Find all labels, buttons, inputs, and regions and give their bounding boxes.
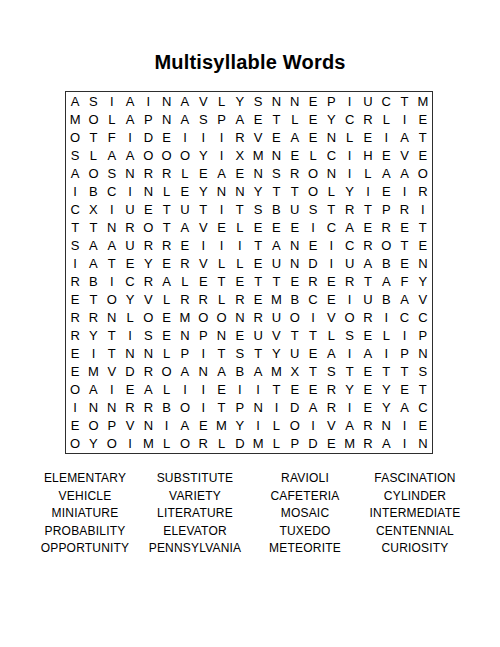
grid-cell-r8-c18[interactable]: R (377, 218, 395, 236)
grid-cell-r1-c14[interactable]: E (304, 92, 322, 110)
grid-cell-r13-c4[interactable]: L (121, 309, 139, 327)
grid-cell-r19-c12[interactable]: L (267, 417, 285, 435)
grid-cell-r11-c1[interactable]: R (66, 272, 84, 290)
grid-cell-r7-c16[interactable]: R (340, 200, 358, 218)
grid-cell-r14-c6[interactable]: E (157, 327, 175, 345)
grid-cell-r17-c1[interactable]: O (66, 381, 84, 399)
grid-cell-r13-c12[interactable]: U (267, 309, 285, 327)
grid-cell-r13-c7[interactable]: M (176, 309, 194, 327)
grid-cell-r15-c12[interactable]: Y (267, 345, 285, 363)
grid-cell-r19-c10[interactable]: Y (231, 417, 249, 435)
grid-cell-r12-c6[interactable]: L (157, 291, 175, 309)
grid-cell-r5-c17[interactable]: L (359, 164, 377, 182)
grid-cell-r15-c5[interactable]: N (139, 345, 157, 363)
grid-cell-r4-c19[interactable]: V (395, 146, 413, 164)
grid-cell-r17-c6[interactable]: L (157, 381, 175, 399)
grid-cell-r4-c4[interactable]: A (121, 146, 139, 164)
grid-cell-r18-c4[interactable]: R (121, 399, 139, 417)
grid-cell-r11-c12[interactable]: T (267, 272, 285, 290)
grid-cell-r14-c4[interactable]: I (121, 327, 139, 345)
grid-cell-r13-c13[interactable]: O (286, 309, 304, 327)
grid-cell-r11-c4[interactable]: C (121, 272, 139, 290)
grid-cell-r16-c10[interactable]: B (231, 363, 249, 381)
grid-cell-r20-c11[interactable]: M (249, 435, 267, 453)
grid-cell-r6-c12[interactable]: T (267, 182, 285, 200)
grid-cell-r8-c19[interactable]: E (395, 218, 413, 236)
grid-cell-r14-c16[interactable]: S (340, 327, 358, 345)
grid-cell-r16-c20[interactable]: S (414, 363, 432, 381)
grid-cell-r18-c1[interactable]: I (66, 399, 84, 417)
grid-cell-r20-c20[interactable]: N (414, 435, 432, 453)
grid-cell-r20-c12[interactable]: L (267, 435, 285, 453)
grid-cell-r17-c9[interactable]: E (212, 381, 230, 399)
grid-cell-r12-c9[interactable]: L (212, 291, 230, 309)
grid-cell-r10-c12[interactable]: U (267, 254, 285, 272)
grid-cell-r12-c7[interactable]: R (176, 291, 194, 309)
grid-cell-r9-c14[interactable]: E (304, 236, 322, 254)
grid-cell-r11-c14[interactable]: R (304, 272, 322, 290)
grid-cell-r17-c8[interactable]: I (194, 381, 212, 399)
grid-cell-r2-c20[interactable]: E (414, 110, 432, 128)
grid-cell-r16-c5[interactable]: R (139, 363, 157, 381)
grid-cell-r4-c18[interactable]: E (377, 146, 395, 164)
grid-cell-r14-c13[interactable]: T (286, 327, 304, 345)
grid-cell-r2-c17[interactable]: R (359, 110, 377, 128)
grid-cell-r12-c11[interactable]: E (249, 291, 267, 309)
grid-cell-r20-c9[interactable]: L (212, 435, 230, 453)
grid-cell-r14-c12[interactable]: V (267, 327, 285, 345)
grid-cell-r17-c17[interactable]: E (359, 381, 377, 399)
grid-cell-r13-c19[interactable]: C (395, 309, 413, 327)
grid-cell-r10-c9[interactable]: L (212, 254, 230, 272)
grid-cell-r15-c10[interactable]: S (231, 345, 249, 363)
grid-cell-r9-c8[interactable]: I (194, 236, 212, 254)
grid-cell-r10-c13[interactable]: N (286, 254, 304, 272)
grid-cell-r8-c6[interactable]: T (157, 218, 175, 236)
grid-cell-r18-c19[interactable]: A (395, 399, 413, 417)
grid-cell-r16-c16[interactable]: T (340, 363, 358, 381)
grid-cell-r15-c1[interactable]: E (66, 345, 84, 363)
grid-cell-r2-c18[interactable]: L (377, 110, 395, 128)
grid-cell-r9-c13[interactable]: N (286, 236, 304, 254)
grid-cell-r4-c15[interactable]: C (322, 146, 340, 164)
grid-cell-r16-c3[interactable]: V (103, 363, 121, 381)
grid-cell-r8-c20[interactable]: T (414, 218, 432, 236)
grid-cell-r12-c12[interactable]: M (267, 291, 285, 309)
grid-cell-r6-c17[interactable]: I (359, 182, 377, 200)
grid-cell-r6-c2[interactable]: B (84, 182, 102, 200)
grid-cell-r7-c13[interactable]: U (286, 200, 304, 218)
grid-cell-r2-c11[interactable]: E (249, 110, 267, 128)
grid-cell-r5-c9[interactable]: A (212, 164, 230, 182)
grid-cell-r13-c9[interactable]: O (212, 309, 230, 327)
grid-cell-r5-c2[interactable]: O (84, 164, 102, 182)
grid-cell-r15-c4[interactable]: N (121, 345, 139, 363)
grid-cell-r8-c10[interactable]: L (231, 218, 249, 236)
grid-cell-r19-c7[interactable]: A (176, 417, 194, 435)
grid-cell-r9-c7[interactable]: E (176, 236, 194, 254)
grid-cell-r18-c11[interactable]: N (249, 399, 267, 417)
grid-cell-r1-c20[interactable]: M (414, 92, 432, 110)
grid-cell-r7-c20[interactable]: I (414, 200, 432, 218)
grid-cell-r2-c15[interactable]: Y (322, 110, 340, 128)
grid-cell-r8-c14[interactable]: I (304, 218, 322, 236)
grid-cell-r15-c17[interactable]: A (359, 345, 377, 363)
grid-cell-r20-c15[interactable]: E (322, 435, 340, 453)
grid-cell-r19-c11[interactable]: I (249, 417, 267, 435)
grid-cell-r6-c19[interactable]: I (395, 182, 413, 200)
grid-cell-r15-c11[interactable]: T (249, 345, 267, 363)
grid-cell-r4-c11[interactable]: M (249, 146, 267, 164)
grid-cell-r19-c1[interactable]: E (66, 417, 84, 435)
grid-cell-r20-c4[interactable]: I (121, 435, 139, 453)
grid-cell-r7-c4[interactable]: U (121, 200, 139, 218)
grid-cell-r11-c2[interactable]: B (84, 272, 102, 290)
grid-cell-r18-c17[interactable]: E (359, 399, 377, 417)
grid-cell-r18-c14[interactable]: A (304, 399, 322, 417)
grid-cell-r12-c4[interactable]: Y (121, 291, 139, 309)
grid-cell-r9-c1[interactable]: S (66, 236, 84, 254)
grid-cell-r17-c7[interactable]: I (176, 381, 194, 399)
grid-cell-r19-c14[interactable]: I (304, 417, 322, 435)
grid-cell-r19-c15[interactable]: V (322, 417, 340, 435)
grid-cell-r20-c18[interactable]: A (377, 435, 395, 453)
grid-cell-r5-c1[interactable]: A (66, 164, 84, 182)
grid-cell-r7-c2[interactable]: X (84, 200, 102, 218)
grid-cell-r13-c16[interactable]: O (340, 309, 358, 327)
grid-cell-r13-c11[interactable]: R (249, 309, 267, 327)
grid-cell-r12-c1[interactable]: E (66, 291, 84, 309)
grid-cell-r6-c11[interactable]: Y (249, 182, 267, 200)
grid-cell-r4-c3[interactable]: A (103, 146, 121, 164)
grid-cell-r9-c6[interactable]: R (157, 236, 175, 254)
grid-cell-r7-c5[interactable]: E (139, 200, 157, 218)
grid-cell-r9-c2[interactable]: A (84, 236, 102, 254)
grid-cell-r6-c8[interactable]: Y (194, 182, 212, 200)
grid-cell-r3-c10[interactable]: R (231, 128, 249, 146)
grid-cell-r4-c6[interactable]: O (157, 146, 175, 164)
grid-cell-r20-c1[interactable]: O (66, 435, 84, 453)
grid-cell-r8-c13[interactable]: E (286, 218, 304, 236)
grid-cell-r15-c14[interactable]: E (304, 345, 322, 363)
grid-cell-r14-c15[interactable]: L (322, 327, 340, 345)
grid-cell-r2-c6[interactable]: N (157, 110, 175, 128)
grid-cell-r8-c16[interactable]: A (340, 218, 358, 236)
grid-cell-r9-c16[interactable]: C (340, 236, 358, 254)
grid-cell-r11-c18[interactable]: A (377, 272, 395, 290)
grid-cell-r20-c17[interactable]: R (359, 435, 377, 453)
grid-cell-r1-c11[interactable]: S (249, 92, 267, 110)
grid-cell-r12-c19[interactable]: A (395, 291, 413, 309)
grid-cell-r6-c1[interactable]: I (66, 182, 84, 200)
grid-cell-r14-c2[interactable]: Y (84, 327, 102, 345)
grid-cell-r3-c6[interactable]: E (157, 128, 175, 146)
grid-cell-r13-c15[interactable]: V (322, 309, 340, 327)
grid-cell-r3-c9[interactable]: I (212, 128, 230, 146)
grid-cell-r2-c5[interactable]: P (139, 110, 157, 128)
grid-cell-r20-c10[interactable]: D (231, 435, 249, 453)
grid-cell-r17-c20[interactable]: T (414, 381, 432, 399)
grid-cell-r18-c7[interactable]: O (176, 399, 194, 417)
grid-cell-r12-c20[interactable]: V (414, 291, 432, 309)
grid-cell-r16-c4[interactable]: D (121, 363, 139, 381)
grid-cell-r3-c19[interactable]: A (395, 128, 413, 146)
grid-cell-r17-c10[interactable]: I (231, 381, 249, 399)
grid-cell-r10-c5[interactable]: Y (139, 254, 157, 272)
grid-cell-r8-c9[interactable]: E (212, 218, 230, 236)
grid-cell-r2-c13[interactable]: L (286, 110, 304, 128)
grid-cell-r1-c12[interactable]: N (267, 92, 285, 110)
grid-cell-r19-c9[interactable]: M (212, 417, 230, 435)
grid-cell-r14-c14[interactable]: T (304, 327, 322, 345)
grid-cell-r1-c10[interactable]: Y (231, 92, 249, 110)
grid-cell-r1-c18[interactable]: C (377, 92, 395, 110)
grid-cell-r17-c2[interactable]: A (84, 381, 102, 399)
grid-cell-r8-c17[interactable]: E (359, 218, 377, 236)
grid-cell-r15-c19[interactable]: P (395, 345, 413, 363)
grid-cell-r20-c13[interactable]: P (286, 435, 304, 453)
grid-cell-r11-c8[interactable]: E (194, 272, 212, 290)
grid-cell-r5-c6[interactable]: R (157, 164, 175, 182)
grid-cell-r11-c7[interactable]: L (176, 272, 194, 290)
grid-cell-r5-c7[interactable]: L (176, 164, 194, 182)
grid-cell-r6-c3[interactable]: C (103, 182, 121, 200)
grid-cell-r9-c17[interactable]: R (359, 236, 377, 254)
grid-cell-r15-c20[interactable]: N (414, 345, 432, 363)
grid-cell-r5-c14[interactable]: O (304, 164, 322, 182)
grid-cell-r14-c20[interactable]: P (414, 327, 432, 345)
grid-cell-r5-c16[interactable]: I (340, 164, 358, 182)
grid-cell-r17-c13[interactable]: E (286, 381, 304, 399)
grid-cell-r9-c19[interactable]: T (395, 236, 413, 254)
grid-cell-r2-c10[interactable]: A (231, 110, 249, 128)
grid-cell-r17-c16[interactable]: Y (340, 381, 358, 399)
grid-cell-r3-c15[interactable]: N (322, 128, 340, 146)
grid-cell-r12-c13[interactable]: B (286, 291, 304, 309)
grid-cell-r14-c11[interactable]: U (249, 327, 267, 345)
grid-cell-r19-c5[interactable]: N (139, 417, 157, 435)
grid-cell-r19-c8[interactable]: E (194, 417, 212, 435)
grid-cell-r9-c3[interactable]: A (103, 236, 121, 254)
grid-cell-r16-c18[interactable]: T (377, 363, 395, 381)
grid-cell-r7-c14[interactable]: S (304, 200, 322, 218)
grid-cell-r3-c17[interactable]: E (359, 128, 377, 146)
grid-cell-r9-c11[interactable]: T (249, 236, 267, 254)
grid-cell-r15-c8[interactable]: I (194, 345, 212, 363)
grid-cell-r11-c13[interactable]: E (286, 272, 304, 290)
grid-cell-r4-c14[interactable]: L (304, 146, 322, 164)
grid-cell-r20-c2[interactable]: Y (84, 435, 102, 453)
grid-cell-r18-c15[interactable]: R (322, 399, 340, 417)
grid-cell-r4-c2[interactable]: L (84, 146, 102, 164)
grid-cell-r10-c1[interactable]: I (66, 254, 84, 272)
grid-cell-r9-c9[interactable]: I (212, 236, 230, 254)
grid-cell-r11-c5[interactable]: R (139, 272, 157, 290)
grid-cell-r10-c6[interactable]: E (157, 254, 175, 272)
grid-cell-r18-c3[interactable]: N (103, 399, 121, 417)
grid-cell-r4-c16[interactable]: I (340, 146, 358, 164)
grid-cell-r7-c1[interactable]: C (66, 200, 84, 218)
grid-cell-r12-c8[interactable]: R (194, 291, 212, 309)
grid-cell-r6-c13[interactable]: T (286, 182, 304, 200)
grid-cell-r1-c6[interactable]: N (157, 92, 175, 110)
grid-cell-r13-c18[interactable]: I (377, 309, 395, 327)
grid-cell-r3-c20[interactable]: T (414, 128, 432, 146)
grid-cell-r8-c4[interactable]: R (121, 218, 139, 236)
grid-cell-r17-c3[interactable]: I (103, 381, 121, 399)
grid-cell-r15-c3[interactable]: T (103, 345, 121, 363)
grid-cell-r3-c12[interactable]: E (267, 128, 285, 146)
grid-cell-r2-c19[interactable]: I (395, 110, 413, 128)
grid-cell-r14-c19[interactable]: I (395, 327, 413, 345)
grid-cell-r3-c3[interactable]: F (103, 128, 121, 146)
grid-cell-r12-c10[interactable]: R (231, 291, 249, 309)
grid-cell-r7-c17[interactable]: T (359, 200, 377, 218)
grid-cell-r12-c3[interactable]: O (103, 291, 121, 309)
grid-cell-r7-c3[interactable]: I (103, 200, 121, 218)
grid-cell-r6-c18[interactable]: E (377, 182, 395, 200)
grid-cell-r6-c14[interactable]: O (304, 182, 322, 200)
grid-cell-r13-c3[interactable]: N (103, 309, 121, 327)
grid-cell-r11-c15[interactable]: E (322, 272, 340, 290)
grid-cell-r1-c9[interactable]: L (212, 92, 230, 110)
grid-cell-r1-c15[interactable]: P (322, 92, 340, 110)
grid-cell-r20-c6[interactable]: L (157, 435, 175, 453)
grid-cell-r6-c20[interactable]: R (414, 182, 432, 200)
grid-cell-r3-c11[interactable]: V (249, 128, 267, 146)
grid-cell-r2-c14[interactable]: E (304, 110, 322, 128)
grid-cell-r18-c20[interactable]: C (414, 399, 432, 417)
grid-cell-r4-c5[interactable]: O (139, 146, 157, 164)
grid-cell-r5-c4[interactable]: N (121, 164, 139, 182)
grid-cell-r15-c7[interactable]: P (176, 345, 194, 363)
grid-cell-r5-c12[interactable]: S (267, 164, 285, 182)
grid-cell-r18-c18[interactable]: Y (377, 399, 395, 417)
grid-cell-r2-c4[interactable]: A (121, 110, 139, 128)
grid-cell-r16-c15[interactable]: S (322, 363, 340, 381)
grid-cell-r10-c4[interactable]: E (121, 254, 139, 272)
grid-cell-r1-c2[interactable]: S (84, 92, 102, 110)
grid-cell-r15-c6[interactable]: L (157, 345, 175, 363)
grid-cell-r18-c13[interactable]: D (286, 399, 304, 417)
grid-cell-r14-c17[interactable]: E (359, 327, 377, 345)
grid-cell-r19-c18[interactable]: N (377, 417, 395, 435)
grid-cell-r3-c4[interactable]: I (121, 128, 139, 146)
grid-cell-r13-c1[interactable]: R (66, 309, 84, 327)
grid-cell-r2-c2[interactable]: O (84, 110, 102, 128)
grid-cell-r11-c16[interactable]: R (340, 272, 358, 290)
grid-cell-r1-c19[interactable]: T (395, 92, 413, 110)
grid-cell-r2-c16[interactable]: C (340, 110, 358, 128)
grid-cell-r17-c19[interactable]: E (395, 381, 413, 399)
grid-cell-r4-c20[interactable]: E (414, 146, 432, 164)
grid-cell-r1-c3[interactable]: I (103, 92, 121, 110)
grid-cell-r13-c8[interactable]: O (194, 309, 212, 327)
grid-cell-r5-c19[interactable]: A (395, 164, 413, 182)
grid-cell-r14-c8[interactable]: P (194, 327, 212, 345)
grid-cell-r2-c12[interactable]: T (267, 110, 285, 128)
grid-cell-r14-c3[interactable]: T (103, 327, 121, 345)
grid-cell-r19-c19[interactable]: I (395, 417, 413, 435)
grid-cell-r19-c20[interactable]: E (414, 417, 432, 435)
grid-cell-r8-c8[interactable]: V (194, 218, 212, 236)
grid-cell-r6-c4[interactable]: I (121, 182, 139, 200)
grid-cell-r4-c13[interactable]: E (286, 146, 304, 164)
grid-cell-r7-c12[interactable]: B (267, 200, 285, 218)
grid-cell-r15-c13[interactable]: U (286, 345, 304, 363)
grid-cell-r2-c8[interactable]: S (194, 110, 212, 128)
grid-cell-r14-c18[interactable]: L (377, 327, 395, 345)
grid-cell-r16-c14[interactable]: T (304, 363, 322, 381)
grid-cell-r20-c16[interactable]: M (340, 435, 358, 453)
grid-cell-r16-c2[interactable]: M (84, 363, 102, 381)
grid-cell-r16-c13[interactable]: X (286, 363, 304, 381)
grid-cell-r6-c16[interactable]: Y (340, 182, 358, 200)
grid-cell-r20-c14[interactable]: D (304, 435, 322, 453)
grid-cell-r3-c5[interactable]: D (139, 128, 157, 146)
grid-cell-r9-c12[interactable]: A (267, 236, 285, 254)
grid-cell-r13-c14[interactable]: I (304, 309, 322, 327)
grid-cell-r18-c6[interactable]: B (157, 399, 175, 417)
grid-cell-r4-c9[interactable]: I (212, 146, 230, 164)
grid-cell-r3-c13[interactable]: A (286, 128, 304, 146)
grid-cell-r16-c7[interactable]: A (176, 363, 194, 381)
grid-cell-r15-c16[interactable]: I (340, 345, 358, 363)
grid-cell-r10-c7[interactable]: R (176, 254, 194, 272)
grid-cell-r13-c10[interactable]: N (231, 309, 249, 327)
grid-cell-r8-c1[interactable]: T (66, 218, 84, 236)
grid-cell-r2-c7[interactable]: A (176, 110, 194, 128)
grid-cell-r13-c5[interactable]: O (139, 309, 157, 327)
grid-cell-r6-c7[interactable]: E (176, 182, 194, 200)
grid-cell-r8-c7[interactable]: A (176, 218, 194, 236)
grid-cell-r17-c12[interactable]: T (267, 381, 285, 399)
grid-cell-r6-c10[interactable]: N (231, 182, 249, 200)
grid-cell-r11-c20[interactable]: Y (414, 272, 432, 290)
grid-cell-r3-c16[interactable]: L (340, 128, 358, 146)
grid-cell-r12-c18[interactable]: B (377, 291, 395, 309)
grid-cell-r17-c15[interactable]: R (322, 381, 340, 399)
grid-cell-r4-c1[interactable]: S (66, 146, 84, 164)
grid-cell-r15-c15[interactable]: A (322, 345, 340, 363)
grid-cell-r10-c20[interactable]: N (414, 254, 432, 272)
grid-cell-r17-c18[interactable]: Y (377, 381, 395, 399)
grid-cell-r1-c13[interactable]: N (286, 92, 304, 110)
grid-cell-r19-c17[interactable]: R (359, 417, 377, 435)
grid-cell-r20-c19[interactable]: I (395, 435, 413, 453)
grid-cell-r10-c16[interactable]: U (340, 254, 358, 272)
grid-cell-r3-c1[interactable]: O (66, 128, 84, 146)
grid-cell-r8-c2[interactable]: T (84, 218, 102, 236)
grid-cell-r5-c13[interactable]: R (286, 164, 304, 182)
grid-cell-r6-c6[interactable]: L (157, 182, 175, 200)
grid-cell-r5-c8[interactable]: E (194, 164, 212, 182)
grid-cell-r5-c20[interactable]: O (414, 164, 432, 182)
grid-cell-r13-c2[interactable]: R (84, 309, 102, 327)
grid-cell-r14-c9[interactable]: N (212, 327, 230, 345)
grid-cell-r19-c6[interactable]: I (157, 417, 175, 435)
grid-cell-r7-c6[interactable]: T (157, 200, 175, 218)
grid-cell-r13-c17[interactable]: R (359, 309, 377, 327)
grid-cell-r12-c17[interactable]: U (359, 291, 377, 309)
grid-cell-r8-c15[interactable]: C (322, 218, 340, 236)
grid-cell-r12-c16[interactable]: I (340, 291, 358, 309)
grid-cell-r1-c16[interactable]: I (340, 92, 358, 110)
grid-cell-r9-c15[interactable]: I (322, 236, 340, 254)
grid-cell-r13-c20[interactable]: C (414, 309, 432, 327)
grid-cell-r17-c5[interactable]: A (139, 381, 157, 399)
grid-cell-r19-c3[interactable]: P (103, 417, 121, 435)
